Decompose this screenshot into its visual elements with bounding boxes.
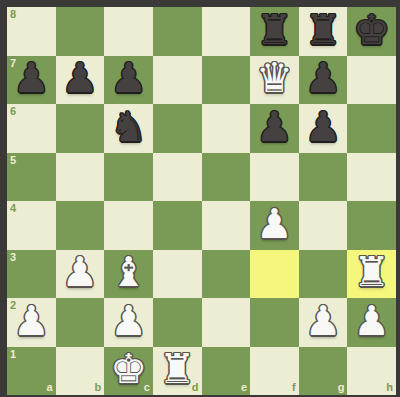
square-h8[interactable]: ♚ [347,7,396,56]
square-b4[interactable] [56,201,105,250]
square-h2[interactable]: ♟ [347,298,396,347]
square-h4[interactable] [347,201,396,250]
piece-black-rook-f8[interactable]: ♜ [256,10,293,51]
square-h7[interactable] [347,56,396,105]
piece-white-rook-d1[interactable]: ♜ [159,349,196,390]
square-h3[interactable]: ♜ [347,250,396,299]
square-e4[interactable] [202,201,251,250]
square-d4[interactable] [153,201,202,250]
square-b6[interactable] [56,104,105,153]
piece-black-pawn-b7[interactable]: ♟ [62,58,99,99]
piece-black-king-h8[interactable]: ♚ [353,10,390,51]
square-a3[interactable]: 3 [7,250,56,299]
rank-label-3: 3 [10,252,16,263]
square-g7[interactable]: ♟ [299,56,348,105]
square-f3[interactable] [250,250,299,299]
square-c5[interactable] [104,153,153,202]
square-e7[interactable] [202,56,251,105]
file-label-a: a [47,382,53,393]
piece-white-king-c1[interactable]: ♚ [110,349,147,390]
square-f6[interactable]: ♟ [250,104,299,153]
square-c1[interactable]: c♚ [104,347,153,396]
square-b2[interactable] [56,298,105,347]
piece-white-pawn-b3[interactable]: ♟ [62,252,99,293]
piece-white-pawn-h2[interactable]: ♟ [353,301,390,342]
square-b7[interactable]: ♟ [56,56,105,105]
file-label-h: h [386,382,393,393]
square-h1[interactable]: h [347,347,396,396]
file-label-f: f [292,382,296,393]
square-f1[interactable]: f [250,347,299,396]
square-d6[interactable] [153,104,202,153]
rank-label-6: 6 [10,106,16,117]
square-f4[interactable]: ♟ [250,201,299,250]
square-e1[interactable]: e [202,347,251,396]
file-label-b: b [95,382,102,393]
square-d2[interactable] [153,298,202,347]
square-c8[interactable] [104,7,153,56]
square-h5[interactable] [347,153,396,202]
square-g6[interactable]: ♟ [299,104,348,153]
square-b5[interactable] [56,153,105,202]
square-d5[interactable] [153,153,202,202]
square-a1[interactable]: 1a [7,347,56,396]
rank-label-8: 8 [10,9,16,20]
square-d3[interactable] [153,250,202,299]
piece-black-knight-c6[interactable]: ♞ [110,107,147,148]
square-g8[interactable]: ♜ [299,7,348,56]
square-g4[interactable] [299,201,348,250]
square-a4[interactable]: 4 [7,201,56,250]
square-c4[interactable] [104,201,153,250]
square-c3[interactable]: ♝ [104,250,153,299]
square-b8[interactable] [56,7,105,56]
rank-label-1: 1 [10,349,16,360]
file-label-g: g [338,382,345,393]
square-f7[interactable]: ♛ [250,56,299,105]
square-a5[interactable]: 5 [7,153,56,202]
square-d1[interactable]: d♜ [153,347,202,396]
square-e3[interactable] [202,250,251,299]
piece-black-pawn-g7[interactable]: ♟ [305,58,342,99]
square-b1[interactable]: b [56,347,105,396]
piece-black-pawn-g6[interactable]: ♟ [305,107,342,148]
piece-white-rook-h3[interactable]: ♜ [353,252,390,293]
piece-black-pawn-f6[interactable]: ♟ [256,107,293,148]
square-d7[interactable] [153,56,202,105]
chess-board: 8♜♜♚7♟♟♟♛♟6♞♟♟54♟3♟♝♜2♟♟♟♟1abc♚d♜efgh [7,7,396,395]
square-c6[interactable]: ♞ [104,104,153,153]
square-g2[interactable]: ♟ [299,298,348,347]
square-h6[interactable] [347,104,396,153]
square-d8[interactable] [153,7,202,56]
square-b3[interactable]: ♟ [56,250,105,299]
piece-white-pawn-g2[interactable]: ♟ [305,301,342,342]
square-c2[interactable]: ♟ [104,298,153,347]
piece-black-pawn-c7[interactable]: ♟ [110,58,147,99]
square-a2[interactable]: 2♟ [7,298,56,347]
chess-board-container: 8♜♜♚7♟♟♟♛♟6♞♟♟54♟3♟♝♜2♟♟♟♟1abc♚d♜efgh [0,0,400,397]
piece-white-pawn-c2[interactable]: ♟ [110,301,147,342]
square-e5[interactable] [202,153,251,202]
piece-black-rook-g8[interactable]: ♜ [305,10,342,51]
piece-white-bishop-c3[interactable]: ♝ [110,252,147,293]
square-g3[interactable] [299,250,348,299]
rank-label-4: 4 [10,203,16,214]
piece-white-pawn-a2[interactable]: ♟ [13,301,50,342]
square-a7[interactable]: 7♟ [7,56,56,105]
piece-white-pawn-f4[interactable]: ♟ [256,204,293,245]
square-e8[interactable] [202,7,251,56]
square-g1[interactable]: g [299,347,348,396]
square-e2[interactable] [202,298,251,347]
square-a8[interactable]: 8 [7,7,56,56]
piece-black-pawn-a7[interactable]: ♟ [13,58,50,99]
square-g5[interactable] [299,153,348,202]
square-f2[interactable] [250,298,299,347]
piece-white-queen-f7[interactable]: ♛ [256,58,293,99]
square-e6[interactable] [202,104,251,153]
square-a6[interactable]: 6 [7,104,56,153]
rank-label-5: 5 [10,155,16,166]
file-label-e: e [241,382,247,393]
square-f5[interactable] [250,153,299,202]
square-c7[interactable]: ♟ [104,56,153,105]
square-f8[interactable]: ♜ [250,7,299,56]
